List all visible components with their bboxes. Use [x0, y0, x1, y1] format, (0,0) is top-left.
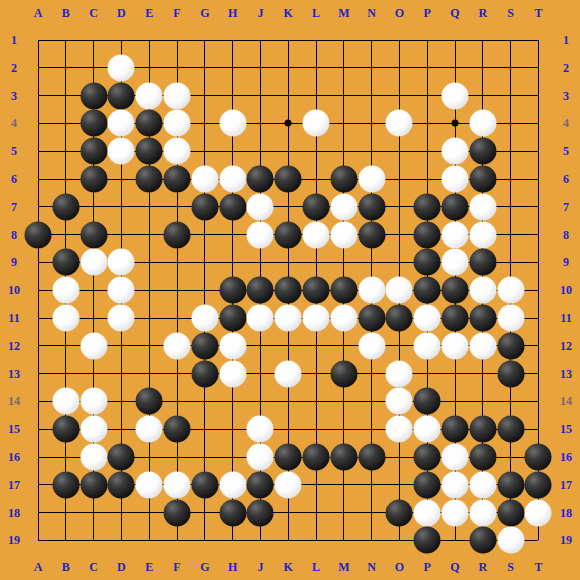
row-label-right-11: 11 — [560, 311, 571, 326]
white-stone-K11[interactable] — [275, 305, 302, 332]
row-label-right-15: 15 — [560, 422, 572, 437]
white-stone-Q12[interactable] — [442, 332, 469, 359]
white-stone-L11[interactable] — [303, 305, 330, 332]
column-label-top-Q: Q — [450, 6, 459, 21]
black-stone-P9[interactable] — [414, 249, 441, 276]
black-stone-E5[interactable] — [136, 138, 163, 165]
white-stone-E15[interactable] — [136, 416, 163, 443]
black-stone-H11[interactable] — [219, 305, 246, 332]
column-label-top-B: B — [62, 6, 70, 21]
black-stone-J18[interactable] — [247, 499, 274, 526]
black-stone-R16[interactable] — [469, 444, 496, 471]
black-stone-Q10[interactable] — [442, 277, 469, 304]
black-stone-Q7[interactable] — [442, 193, 469, 220]
white-stone-F4[interactable] — [164, 110, 191, 137]
white-stone-H13[interactable] — [219, 360, 246, 387]
black-stone-S15[interactable] — [497, 416, 524, 443]
column-label-bottom-O: O — [395, 560, 404, 575]
white-stone-D4[interactable] — [108, 110, 135, 137]
row-label-right-17: 17 — [560, 477, 572, 492]
row-label-right-12: 12 — [560, 338, 572, 353]
black-stone-F15[interactable] — [164, 416, 191, 443]
white-stone-E3[interactable] — [136, 82, 163, 109]
row-label-left-14: 14 — [8, 394, 20, 409]
column-label-bottom-F: F — [173, 560, 180, 575]
white-stone-J11[interactable] — [247, 305, 274, 332]
column-label-bottom-D: D — [117, 560, 126, 575]
column-label-top-H: H — [228, 6, 237, 21]
white-stone-D2[interactable] — [108, 54, 135, 81]
black-stone-L7[interactable] — [303, 193, 330, 220]
row-label-right-5: 5 — [563, 144, 569, 159]
row-label-left-5: 5 — [11, 144, 17, 159]
white-stone-O15[interactable] — [386, 416, 413, 443]
black-stone-G13[interactable] — [191, 360, 218, 387]
row-label-left-11: 11 — [8, 311, 19, 326]
white-stone-Q8[interactable] — [442, 221, 469, 248]
white-stone-N10[interactable] — [358, 277, 385, 304]
black-stone-R9[interactable] — [469, 249, 496, 276]
white-stone-H17[interactable] — [219, 471, 246, 498]
row-label-right-10: 10 — [560, 283, 572, 298]
white-stone-J7[interactable] — [247, 193, 274, 220]
black-stone-F8[interactable] — [164, 221, 191, 248]
black-stone-Q15[interactable] — [442, 416, 469, 443]
white-stone-Q18[interactable] — [442, 499, 469, 526]
black-stone-M10[interactable] — [330, 277, 357, 304]
white-stone-G11[interactable] — [191, 305, 218, 332]
black-stone-S12[interactable] — [497, 332, 524, 359]
row-label-right-8: 8 — [563, 227, 569, 242]
row-label-right-1: 1 — [563, 33, 569, 48]
black-stone-B7[interactable] — [52, 193, 79, 220]
go-board[interactable]: AABBCCDDEEFFGGHHJJKKLLMMNNOOPPQQRRSSTT11… — [0, 0, 580, 580]
white-stone-R7[interactable] — [469, 193, 496, 220]
white-stone-K13[interactable] — [275, 360, 302, 387]
white-stone-R4[interactable] — [469, 110, 496, 137]
black-stone-R15[interactable] — [469, 416, 496, 443]
black-stone-S17[interactable] — [497, 471, 524, 498]
white-stone-O4[interactable] — [386, 110, 413, 137]
row-label-left-4: 4 — [11, 116, 17, 131]
white-stone-L8[interactable] — [303, 221, 330, 248]
column-label-bottom-P: P — [424, 560, 431, 575]
black-stone-B15[interactable] — [52, 416, 79, 443]
black-stone-D3[interactable] — [108, 82, 135, 109]
row-label-left-19: 19 — [8, 533, 20, 548]
black-stone-N8[interactable] — [358, 221, 385, 248]
white-stone-R12[interactable] — [469, 332, 496, 359]
white-stone-P18[interactable] — [414, 499, 441, 526]
column-label-bottom-H: H — [228, 560, 237, 575]
black-stone-O18[interactable] — [386, 499, 413, 526]
black-stone-P17[interactable] — [414, 471, 441, 498]
column-label-top-N: N — [367, 6, 376, 21]
white-stone-S11[interactable] — [497, 305, 524, 332]
white-stone-R17[interactable] — [469, 471, 496, 498]
black-stone-M13[interactable] — [330, 360, 357, 387]
white-stone-Q5[interactable] — [442, 138, 469, 165]
white-stone-J8[interactable] — [247, 221, 274, 248]
column-label-top-A: A — [34, 6, 43, 21]
star-point-Q4 — [452, 120, 459, 127]
black-stone-P8[interactable] — [414, 221, 441, 248]
white-stone-F3[interactable] — [164, 82, 191, 109]
white-stone-Q16[interactable] — [442, 444, 469, 471]
white-stone-C9[interactable] — [80, 249, 107, 276]
black-stone-S18[interactable] — [497, 499, 524, 526]
white-stone-M8[interactable] — [330, 221, 357, 248]
white-stone-P12[interactable] — [414, 332, 441, 359]
column-label-bottom-L: L — [312, 560, 320, 575]
row-label-left-16: 16 — [8, 450, 20, 465]
black-stone-D16[interactable] — [108, 444, 135, 471]
row-label-right-6: 6 — [563, 172, 569, 187]
white-stone-Q6[interactable] — [442, 166, 469, 193]
black-stone-G17[interactable] — [191, 471, 218, 498]
white-stone-E17[interactable] — [136, 471, 163, 498]
black-stone-O11[interactable] — [386, 305, 413, 332]
white-stone-O10[interactable] — [386, 277, 413, 304]
black-stone-C17[interactable] — [80, 471, 107, 498]
row-label-left-10: 10 — [8, 283, 20, 298]
row-label-left-18: 18 — [8, 505, 20, 520]
white-stone-Q17[interactable] — [442, 471, 469, 498]
black-stone-P19[interactable] — [414, 527, 441, 554]
white-stone-D9[interactable] — [108, 249, 135, 276]
column-label-top-C: C — [89, 6, 98, 21]
black-stone-E14[interactable] — [136, 388, 163, 415]
black-stone-G12[interactable] — [191, 332, 218, 359]
column-label-bottom-G: G — [200, 560, 209, 575]
white-stone-H4[interactable] — [219, 110, 246, 137]
column-label-top-S: S — [507, 6, 514, 21]
black-stone-P16[interactable] — [414, 444, 441, 471]
white-stone-O14[interactable] — [386, 388, 413, 415]
black-stone-R11[interactable] — [469, 305, 496, 332]
white-stone-M7[interactable] — [330, 193, 357, 220]
black-stone-L10[interactable] — [303, 277, 330, 304]
column-label-bottom-N: N — [367, 560, 376, 575]
column-label-bottom-A: A — [34, 560, 43, 575]
column-label-top-E: E — [145, 6, 153, 21]
column-label-bottom-R: R — [478, 560, 487, 575]
black-stone-J17[interactable] — [247, 471, 274, 498]
black-stone-N11[interactable] — [358, 305, 385, 332]
white-stone-F5[interactable] — [164, 138, 191, 165]
column-label-top-F: F — [173, 6, 180, 21]
white-stone-S19[interactable] — [497, 527, 524, 554]
row-label-left-2: 2 — [11, 60, 17, 75]
column-label-bottom-S: S — [507, 560, 514, 575]
white-stone-D10[interactable] — [108, 277, 135, 304]
black-stone-D17[interactable] — [108, 471, 135, 498]
go-app: { "game": "go", "board": { "size": 19, "… — [0, 0, 580, 580]
column-label-top-O: O — [395, 6, 404, 21]
black-stone-N7[interactable] — [358, 193, 385, 220]
column-label-top-J: J — [257, 6, 263, 21]
white-stone-N6[interactable] — [358, 166, 385, 193]
white-stone-R18[interactable] — [469, 499, 496, 526]
row-label-right-3: 3 — [563, 88, 569, 103]
black-stone-H10[interactable] — [219, 277, 246, 304]
white-stone-B14[interactable] — [52, 388, 79, 415]
column-label-bottom-J: J — [257, 560, 263, 575]
white-stone-O13[interactable] — [386, 360, 413, 387]
column-label-top-M: M — [338, 6, 349, 21]
white-stone-F12[interactable] — [164, 332, 191, 359]
black-stone-C5[interactable] — [80, 138, 107, 165]
white-stone-H12[interactable] — [219, 332, 246, 359]
white-stone-G6[interactable] — [191, 166, 218, 193]
row-label-right-9: 9 — [563, 255, 569, 270]
black-stone-K8[interactable] — [275, 221, 302, 248]
black-stone-E6[interactable] — [136, 166, 163, 193]
column-label-top-R: R — [478, 6, 487, 21]
white-stone-T18[interactable] — [525, 499, 552, 526]
row-label-left-12: 12 — [8, 338, 20, 353]
black-stone-N16[interactable] — [358, 444, 385, 471]
column-label-top-G: G — [200, 6, 209, 21]
row-label-right-7: 7 — [563, 199, 569, 214]
white-stone-C16[interactable] — [80, 444, 107, 471]
row-label-left-1: 1 — [11, 33, 17, 48]
row-label-left-9: 9 — [11, 255, 17, 270]
white-stone-P15[interactable] — [414, 416, 441, 443]
black-stone-K6[interactable] — [275, 166, 302, 193]
row-label-right-16: 16 — [560, 450, 572, 465]
black-stone-T17[interactable] — [525, 471, 552, 498]
black-stone-F18[interactable] — [164, 499, 191, 526]
column-label-top-P: P — [424, 6, 431, 21]
black-stone-C4[interactable] — [80, 110, 107, 137]
black-stone-P7[interactable] — [414, 193, 441, 220]
board-grid-line-horizontal — [38, 401, 538, 402]
row-label-right-13: 13 — [560, 366, 572, 381]
black-stone-J10[interactable] — [247, 277, 274, 304]
column-label-top-T: T — [534, 6, 542, 21]
column-label-bottom-K: K — [284, 560, 293, 575]
white-stone-Q9[interactable] — [442, 249, 469, 276]
row-label-right-14: 14 — [560, 394, 572, 409]
white-stone-H6[interactable] — [219, 166, 246, 193]
black-stone-P14[interactable] — [414, 388, 441, 415]
black-stone-C3[interactable] — [80, 82, 107, 109]
white-stone-J16[interactable] — [247, 444, 274, 471]
column-label-bottom-M: M — [338, 560, 349, 575]
black-stone-G7[interactable] — [191, 193, 218, 220]
white-stone-D5[interactable] — [108, 138, 135, 165]
black-stone-A8[interactable] — [25, 221, 52, 248]
row-label-right-18: 18 — [560, 505, 572, 520]
white-stone-K17[interactable] — [275, 471, 302, 498]
row-label-right-4: 4 — [563, 116, 569, 131]
column-label-bottom-C: C — [89, 560, 98, 575]
black-stone-S13[interactable] — [497, 360, 524, 387]
white-stone-Q3[interactable] — [442, 82, 469, 109]
white-stone-J15[interactable] — [247, 416, 274, 443]
black-stone-T16[interactable] — [525, 444, 552, 471]
black-stone-R6[interactable] — [469, 166, 496, 193]
white-stone-M11[interactable] — [330, 305, 357, 332]
white-stone-C15[interactable] — [80, 416, 107, 443]
black-stone-B9[interactable] — [52, 249, 79, 276]
black-stone-P10[interactable] — [414, 277, 441, 304]
star-point-K4 — [285, 120, 292, 127]
white-stone-F17[interactable] — [164, 471, 191, 498]
black-stone-H7[interactable] — [219, 193, 246, 220]
black-stone-F6[interactable] — [164, 166, 191, 193]
black-stone-C8[interactable] — [80, 221, 107, 248]
row-label-right-2: 2 — [563, 60, 569, 75]
column-label-bottom-T: T — [534, 560, 542, 575]
black-stone-J6[interactable] — [247, 166, 274, 193]
white-stone-B11[interactable] — [52, 305, 79, 332]
white-stone-P11[interactable] — [414, 305, 441, 332]
column-label-bottom-B: B — [62, 560, 70, 575]
column-label-top-D: D — [117, 6, 126, 21]
column-label-bottom-E: E — [145, 560, 153, 575]
column-label-bottom-Q: Q — [450, 560, 459, 575]
white-stone-L4[interactable] — [303, 110, 330, 137]
row-label-left-15: 15 — [8, 422, 20, 437]
black-stone-R19[interactable] — [469, 527, 496, 554]
row-label-left-6: 6 — [11, 172, 17, 187]
row-label-left-17: 17 — [8, 477, 20, 492]
row-label-right-19: 19 — [560, 533, 572, 548]
black-stone-B17[interactable] — [52, 471, 79, 498]
white-stone-C12[interactable] — [80, 332, 107, 359]
white-stone-B10[interactable] — [52, 277, 79, 304]
white-stone-R10[interactable] — [469, 277, 496, 304]
column-label-top-K: K — [284, 6, 293, 21]
black-stone-K16[interactable] — [275, 444, 302, 471]
row-label-left-8: 8 — [11, 227, 17, 242]
row-label-left-13: 13 — [8, 366, 20, 381]
black-stone-R5[interactable] — [469, 138, 496, 165]
black-stone-K10[interactable] — [275, 277, 302, 304]
white-stone-R8[interactable] — [469, 221, 496, 248]
black-stone-Q11[interactable] — [442, 305, 469, 332]
row-label-left-7: 7 — [11, 199, 17, 214]
white-stone-D11[interactable] — [108, 305, 135, 332]
black-stone-E4[interactable] — [136, 110, 163, 137]
black-stone-C6[interactable] — [80, 166, 107, 193]
board-grid-line-horizontal — [38, 540, 538, 541]
row-label-left-3: 3 — [11, 88, 17, 103]
black-stone-M6[interactable] — [330, 166, 357, 193]
black-stone-M16[interactable] — [330, 444, 357, 471]
black-stone-H18[interactable] — [219, 499, 246, 526]
white-stone-S10[interactable] — [497, 277, 524, 304]
white-stone-N12[interactable] — [358, 332, 385, 359]
column-label-top-L: L — [312, 6, 320, 21]
white-stone-C14[interactable] — [80, 388, 107, 415]
black-stone-L16[interactable] — [303, 444, 330, 471]
